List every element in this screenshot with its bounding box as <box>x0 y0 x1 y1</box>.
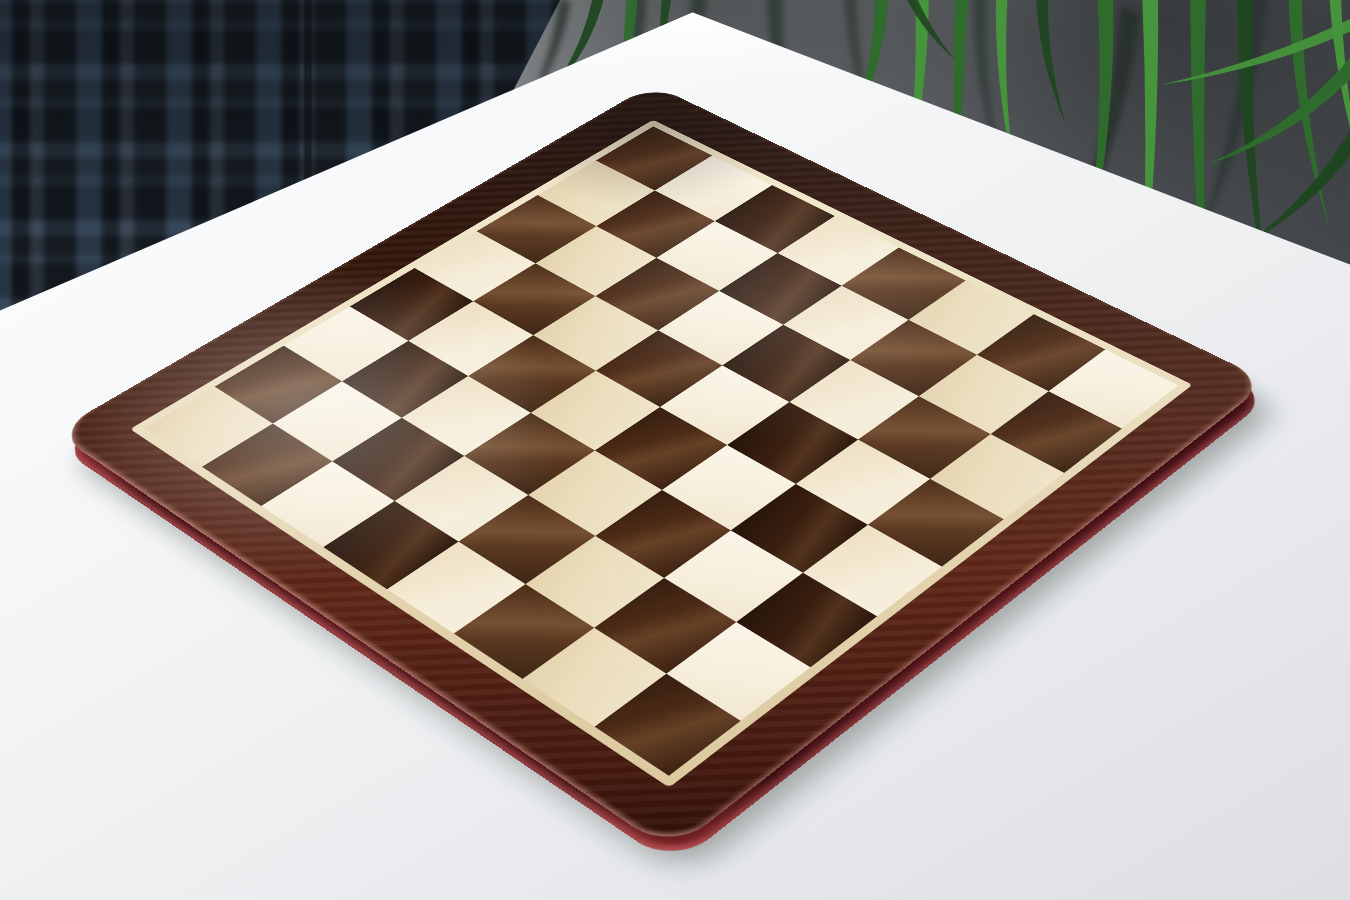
board-grid <box>144 126 1178 775</box>
chess-board-assembly <box>230 0 1090 837</box>
maple-inlay-line <box>130 120 1192 788</box>
chess-board <box>54 84 1269 852</box>
photo-scene <box>0 0 1350 900</box>
